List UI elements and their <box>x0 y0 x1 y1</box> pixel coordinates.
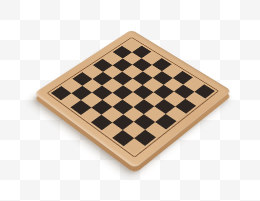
board-scene <box>63 22 203 162</box>
board-field <box>51 39 215 154</box>
chessboard <box>34 30 232 169</box>
